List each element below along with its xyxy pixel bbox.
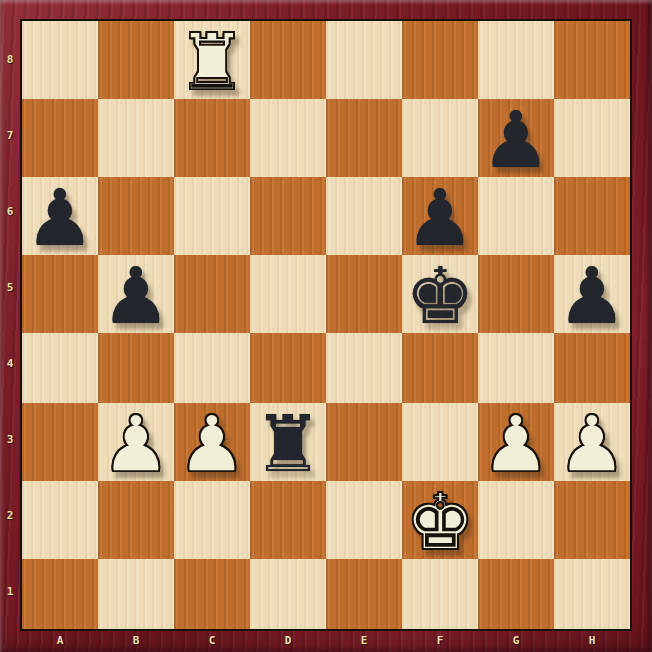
rank-label-2: 2 bbox=[0, 477, 20, 553]
square-h3[interactable]: ♟ bbox=[554, 403, 630, 481]
square-c6[interactable] bbox=[174, 177, 250, 255]
black-pawn-h5[interactable]: ♟ bbox=[557, 257, 627, 335]
square-f3[interactable] bbox=[402, 403, 478, 481]
board-frame: 87654321 ♜♟♟♟♟♚♟♟♟♜♟♟♚ ABCDEFGH bbox=[0, 0, 652, 652]
square-b4[interactable] bbox=[98, 333, 174, 403]
file-labels: ABCDEFGH bbox=[22, 629, 630, 652]
square-e7[interactable] bbox=[326, 99, 402, 177]
white-rook-c8[interactable]: ♜ bbox=[177, 23, 247, 101]
square-f8[interactable] bbox=[402, 21, 478, 99]
square-b1[interactable] bbox=[98, 559, 174, 629]
square-b7[interactable] bbox=[98, 99, 174, 177]
square-h2[interactable] bbox=[554, 481, 630, 559]
square-a8[interactable] bbox=[22, 21, 98, 99]
square-b6[interactable] bbox=[98, 177, 174, 255]
square-e3[interactable] bbox=[326, 403, 402, 481]
square-d8[interactable] bbox=[250, 21, 326, 99]
rank-label-6: 6 bbox=[0, 173, 20, 249]
square-h6[interactable] bbox=[554, 177, 630, 255]
square-e4[interactable] bbox=[326, 333, 402, 403]
file-label-f: F bbox=[402, 629, 478, 652]
black-pawn-b5[interactable]: ♟ bbox=[101, 257, 171, 335]
square-d7[interactable] bbox=[250, 99, 326, 177]
square-g5[interactable] bbox=[478, 255, 554, 333]
square-c3[interactable]: ♟ bbox=[174, 403, 250, 481]
square-e1[interactable] bbox=[326, 559, 402, 629]
square-b8[interactable] bbox=[98, 21, 174, 99]
black-pawn-f6[interactable]: ♟ bbox=[405, 179, 475, 257]
square-f5[interactable]: ♚ bbox=[402, 255, 478, 333]
rank-labels: 87654321 bbox=[0, 21, 20, 629]
square-b3[interactable]: ♟ bbox=[98, 403, 174, 481]
rank-label-8: 8 bbox=[0, 21, 20, 97]
square-d5[interactable] bbox=[250, 255, 326, 333]
square-c5[interactable] bbox=[174, 255, 250, 333]
black-king-f5[interactable]: ♚ bbox=[405, 257, 475, 335]
square-g2[interactable] bbox=[478, 481, 554, 559]
white-pawn-b3[interactable]: ♟ bbox=[101, 405, 171, 483]
square-f2[interactable]: ♚ bbox=[402, 481, 478, 559]
square-a5[interactable] bbox=[22, 255, 98, 333]
square-h7[interactable] bbox=[554, 99, 630, 177]
square-d1[interactable] bbox=[250, 559, 326, 629]
rank-label-4: 4 bbox=[0, 325, 20, 401]
file-label-e: E bbox=[326, 629, 402, 652]
square-d3[interactable]: ♜ bbox=[250, 403, 326, 481]
black-pawn-a6[interactable]: ♟ bbox=[25, 179, 95, 257]
file-label-h: H bbox=[554, 629, 630, 652]
file-label-b: B bbox=[98, 629, 174, 652]
square-f6[interactable]: ♟ bbox=[402, 177, 478, 255]
square-h1[interactable] bbox=[554, 559, 630, 629]
square-a3[interactable] bbox=[22, 403, 98, 481]
square-c8[interactable]: ♜ bbox=[174, 21, 250, 99]
square-c4[interactable] bbox=[174, 333, 250, 403]
square-f1[interactable] bbox=[402, 559, 478, 629]
square-f4[interactable] bbox=[402, 333, 478, 403]
square-c2[interactable] bbox=[174, 481, 250, 559]
rank-label-1: 1 bbox=[0, 553, 20, 629]
square-a6[interactable]: ♟ bbox=[22, 177, 98, 255]
square-a4[interactable] bbox=[22, 333, 98, 403]
square-a7[interactable] bbox=[22, 99, 98, 177]
white-pawn-g3[interactable]: ♟ bbox=[481, 405, 551, 483]
square-h8[interactable] bbox=[554, 21, 630, 99]
square-d4[interactable] bbox=[250, 333, 326, 403]
file-label-a: A bbox=[22, 629, 98, 652]
square-f7[interactable] bbox=[402, 99, 478, 177]
square-e2[interactable] bbox=[326, 481, 402, 559]
square-e8[interactable] bbox=[326, 21, 402, 99]
square-g4[interactable] bbox=[478, 333, 554, 403]
square-a2[interactable] bbox=[22, 481, 98, 559]
square-g3[interactable]: ♟ bbox=[478, 403, 554, 481]
rank-label-7: 7 bbox=[0, 97, 20, 173]
square-e5[interactable] bbox=[326, 255, 402, 333]
white-pawn-c3[interactable]: ♟ bbox=[177, 405, 247, 483]
square-c7[interactable] bbox=[174, 99, 250, 177]
rank-label-3: 3 bbox=[0, 401, 20, 477]
square-g1[interactable] bbox=[478, 559, 554, 629]
square-a1[interactable] bbox=[22, 559, 98, 629]
square-h5[interactable]: ♟ bbox=[554, 255, 630, 333]
white-pawn-h3[interactable]: ♟ bbox=[557, 405, 627, 483]
rank-label-5: 5 bbox=[0, 249, 20, 325]
square-g6[interactable] bbox=[478, 177, 554, 255]
white-king-f2[interactable]: ♚ bbox=[405, 483, 475, 561]
square-g8[interactable] bbox=[478, 21, 554, 99]
file-label-g: G bbox=[478, 629, 554, 652]
square-g7[interactable]: ♟ bbox=[478, 99, 554, 177]
black-pawn-g7[interactable]: ♟ bbox=[481, 101, 551, 179]
square-b2[interactable] bbox=[98, 481, 174, 559]
square-h4[interactable] bbox=[554, 333, 630, 403]
black-rook-d3[interactable]: ♜ bbox=[253, 405, 323, 483]
square-e6[interactable] bbox=[326, 177, 402, 255]
square-b5[interactable]: ♟ bbox=[98, 255, 174, 333]
square-d6[interactable] bbox=[250, 177, 326, 255]
square-c1[interactable] bbox=[174, 559, 250, 629]
file-label-c: C bbox=[174, 629, 250, 652]
chess-board[interactable]: ♜♟♟♟♟♚♟♟♟♜♟♟♚ bbox=[20, 19, 632, 631]
file-label-d: D bbox=[250, 629, 326, 652]
square-d2[interactable] bbox=[250, 481, 326, 559]
